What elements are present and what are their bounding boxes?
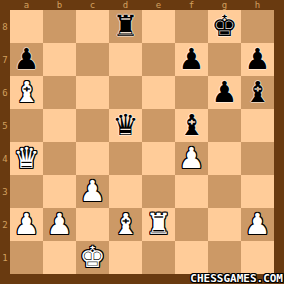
square-b1[interactable] bbox=[43, 241, 76, 274]
piece-white-king[interactable]: ♚ bbox=[80, 241, 106, 274]
piece-white-rook[interactable]: ♜ bbox=[146, 208, 172, 241]
rank-label-1: 1 bbox=[0, 241, 10, 274]
square-a1[interactable] bbox=[10, 241, 43, 274]
square-c5[interactable] bbox=[76, 109, 109, 142]
piece-black-rook[interactable]: ♜ bbox=[113, 10, 139, 43]
square-e1[interactable] bbox=[142, 241, 175, 274]
square-d2[interactable]: ♝ bbox=[109, 208, 142, 241]
square-f4[interactable]: ♟ bbox=[175, 142, 208, 175]
square-b3[interactable] bbox=[43, 175, 76, 208]
file-label-b: b bbox=[43, 0, 76, 10]
piece-white-bishop[interactable]: ♝ bbox=[14, 76, 40, 109]
piece-black-queen[interactable]: ♛ bbox=[113, 109, 139, 142]
piece-black-pawn[interactable]: ♟ bbox=[14, 43, 40, 76]
square-b5[interactable] bbox=[43, 109, 76, 142]
piece-black-bishop[interactable]: ♝ bbox=[179, 109, 205, 142]
rank-label-6: 6 bbox=[0, 76, 10, 109]
square-c3[interactable]: ♟ bbox=[76, 175, 109, 208]
square-h4[interactable] bbox=[241, 142, 274, 175]
rank-labels: 87654321 bbox=[0, 10, 10, 274]
piece-white-pawn[interactable]: ♟ bbox=[245, 208, 271, 241]
square-c2[interactable] bbox=[76, 208, 109, 241]
square-b6[interactable] bbox=[43, 76, 76, 109]
piece-white-pawn[interactable]: ♟ bbox=[47, 208, 73, 241]
square-h1[interactable] bbox=[241, 241, 274, 274]
file-label-f: f bbox=[175, 0, 208, 10]
square-d7[interactable] bbox=[109, 43, 142, 76]
square-d1[interactable] bbox=[109, 241, 142, 274]
rank-label-3: 3 bbox=[0, 175, 10, 208]
square-a4[interactable]: ♛ bbox=[10, 142, 43, 175]
square-e3[interactable] bbox=[142, 175, 175, 208]
rank-label-5: 5 bbox=[0, 109, 10, 142]
square-a7[interactable]: ♟ bbox=[10, 43, 43, 76]
piece-white-bishop[interactable]: ♝ bbox=[113, 208, 139, 241]
square-g5[interactable] bbox=[208, 109, 241, 142]
square-e5[interactable] bbox=[142, 109, 175, 142]
square-h3[interactable] bbox=[241, 175, 274, 208]
square-c8[interactable] bbox=[76, 10, 109, 43]
square-f1[interactable] bbox=[175, 241, 208, 274]
piece-white-pawn[interactable]: ♟ bbox=[14, 208, 40, 241]
chess-board: ♜♚♟♟♟♝♟♝♛♝♛♟♟♟♟♝♜♟♚ bbox=[10, 10, 274, 274]
square-d4[interactable] bbox=[109, 142, 142, 175]
rank-label-7: 7 bbox=[0, 43, 10, 76]
piece-white-pawn[interactable]: ♟ bbox=[179, 142, 205, 175]
square-d5[interactable]: ♛ bbox=[109, 109, 142, 142]
square-d8[interactable]: ♜ bbox=[109, 10, 142, 43]
square-b2[interactable]: ♟ bbox=[43, 208, 76, 241]
square-h7[interactable]: ♟ bbox=[241, 43, 274, 76]
square-e6[interactable] bbox=[142, 76, 175, 109]
square-e7[interactable] bbox=[142, 43, 175, 76]
file-label-e: e bbox=[142, 0, 175, 10]
square-a6[interactable]: ♝ bbox=[10, 76, 43, 109]
square-a3[interactable] bbox=[10, 175, 43, 208]
square-e2[interactable]: ♜ bbox=[142, 208, 175, 241]
square-g8[interactable]: ♚ bbox=[208, 10, 241, 43]
square-b8[interactable] bbox=[43, 10, 76, 43]
square-f6[interactable] bbox=[175, 76, 208, 109]
square-a5[interactable] bbox=[10, 109, 43, 142]
square-e4[interactable] bbox=[142, 142, 175, 175]
square-d3[interactable] bbox=[109, 175, 142, 208]
square-d6[interactable] bbox=[109, 76, 142, 109]
square-f7[interactable]: ♟ bbox=[175, 43, 208, 76]
rank-label-2: 2 bbox=[0, 208, 10, 241]
square-g7[interactable] bbox=[208, 43, 241, 76]
file-label-c: c bbox=[76, 0, 109, 10]
square-g3[interactable] bbox=[208, 175, 241, 208]
square-g4[interactable] bbox=[208, 142, 241, 175]
square-c7[interactable] bbox=[76, 43, 109, 76]
square-g6[interactable]: ♟ bbox=[208, 76, 241, 109]
square-f3[interactable] bbox=[175, 175, 208, 208]
square-h6[interactable]: ♝ bbox=[241, 76, 274, 109]
square-a2[interactable]: ♟ bbox=[10, 208, 43, 241]
square-c6[interactable] bbox=[76, 76, 109, 109]
square-c4[interactable] bbox=[76, 142, 109, 175]
piece-white-queen[interactable]: ♛ bbox=[14, 142, 40, 175]
chess-diagram: abcdefgh 87654321 ♜♚♟♟♟♝♟♝♛♝♛♟♟♟♟♝♜♟♚ CH… bbox=[0, 0, 284, 284]
square-b4[interactable] bbox=[43, 142, 76, 175]
file-label-h: h bbox=[241, 0, 274, 10]
square-f5[interactable]: ♝ bbox=[175, 109, 208, 142]
square-h2[interactable]: ♟ bbox=[241, 208, 274, 241]
square-h5[interactable] bbox=[241, 109, 274, 142]
piece-black-pawn[interactable]: ♟ bbox=[245, 43, 271, 76]
square-e8[interactable] bbox=[142, 10, 175, 43]
piece-black-pawn[interactable]: ♟ bbox=[212, 76, 238, 109]
square-h8[interactable] bbox=[241, 10, 274, 43]
site-branding: CHESSGAMES.COM bbox=[190, 274, 283, 284]
square-g1[interactable] bbox=[208, 241, 241, 274]
rank-label-4: 4 bbox=[0, 142, 10, 175]
piece-black-king[interactable]: ♚ bbox=[212, 10, 238, 43]
piece-black-bishop[interactable]: ♝ bbox=[245, 76, 271, 109]
square-b7[interactable] bbox=[43, 43, 76, 76]
file-label-a: a bbox=[10, 0, 43, 10]
square-f2[interactable] bbox=[175, 208, 208, 241]
piece-black-pawn[interactable]: ♟ bbox=[179, 43, 205, 76]
square-a8[interactable] bbox=[10, 10, 43, 43]
square-g2[interactable] bbox=[208, 208, 241, 241]
rank-label-8: 8 bbox=[0, 10, 10, 43]
piece-white-pawn[interactable]: ♟ bbox=[80, 175, 106, 208]
square-c1[interactable]: ♚ bbox=[76, 241, 109, 274]
square-f8[interactable] bbox=[175, 10, 208, 43]
